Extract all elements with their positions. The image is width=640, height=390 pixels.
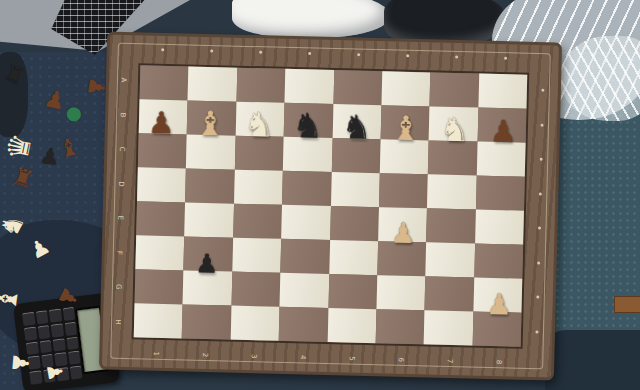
square-e3 xyxy=(329,240,378,275)
calculator-key xyxy=(37,325,50,339)
square-f8 xyxy=(381,71,430,106)
coord-left-G: G xyxy=(114,284,121,290)
coord-left-H: H xyxy=(114,319,121,324)
calculator-key xyxy=(35,310,48,324)
square-a4 xyxy=(136,201,185,236)
border-dot-top xyxy=(162,48,165,51)
square-a7 xyxy=(139,99,188,134)
coord-bottom-1: 1 xyxy=(152,351,159,356)
coord-bottom-7: 7 xyxy=(445,359,452,364)
square-e8 xyxy=(333,70,382,105)
calculator-key xyxy=(52,338,65,352)
square-b7 xyxy=(187,100,236,135)
border-dot-right xyxy=(535,330,538,333)
border-dot-right xyxy=(541,123,544,126)
coord-left-B: B xyxy=(119,112,126,117)
border-dot-top xyxy=(211,50,214,53)
square-b2 xyxy=(183,270,232,305)
square-g1 xyxy=(424,310,473,345)
border-dot-top xyxy=(455,55,458,58)
border-dot-top xyxy=(308,52,311,55)
coord-bottom-4: 4 xyxy=(299,355,306,360)
square-a5 xyxy=(137,167,186,202)
square-b3 xyxy=(184,236,233,271)
calculator-key xyxy=(64,322,77,336)
square-c5 xyxy=(234,170,283,205)
square-d2 xyxy=(280,273,329,308)
calculator-key xyxy=(66,336,79,350)
coord-left-D: D xyxy=(117,181,124,187)
square-d8 xyxy=(285,69,334,104)
border-dot-top xyxy=(259,51,262,54)
square-b8 xyxy=(188,66,237,101)
border-dot-right xyxy=(541,89,544,92)
square-f1 xyxy=(376,309,425,344)
square-h4 xyxy=(475,210,524,245)
square-b1 xyxy=(182,304,231,339)
square-g8 xyxy=(430,72,479,107)
square-c1 xyxy=(230,306,279,341)
coord-bottom-6: 6 xyxy=(397,357,404,362)
square-e6 xyxy=(331,138,380,173)
coord-left-A: A xyxy=(119,78,126,83)
calculator-key xyxy=(51,323,64,337)
coord-left-F: F xyxy=(115,250,122,254)
square-e5 xyxy=(331,172,380,207)
square-d6 xyxy=(283,137,332,172)
coord-bottom-5: 5 xyxy=(348,356,355,361)
square-e7 xyxy=(332,104,381,139)
square-b4 xyxy=(185,202,234,237)
square-g5 xyxy=(427,174,476,209)
square-c8 xyxy=(236,68,285,103)
calculator-key xyxy=(39,340,52,354)
square-f6 xyxy=(380,139,429,174)
border-dot-right xyxy=(538,227,541,230)
square-h3 xyxy=(474,244,523,279)
square-h6 xyxy=(476,142,525,177)
square-d3 xyxy=(280,239,329,274)
board-grid xyxy=(132,63,530,348)
scattered-piece: ♝ xyxy=(56,134,82,162)
square-f3 xyxy=(377,241,426,276)
square-c2 xyxy=(231,272,280,307)
square-a8 xyxy=(140,65,189,100)
border-dot-top xyxy=(406,54,409,57)
square-h5 xyxy=(476,176,525,211)
calculator-key xyxy=(68,351,81,365)
square-g6 xyxy=(428,140,477,175)
border-dot-top xyxy=(357,53,360,56)
crumpled-paper xyxy=(232,0,390,38)
square-g3 xyxy=(426,242,475,277)
coord-left-E: E xyxy=(116,216,123,221)
square-e1 xyxy=(327,308,376,343)
scattered-piece: ♟ xyxy=(8,352,32,374)
scattered-piece: ♟ xyxy=(44,361,67,382)
border-dot-right xyxy=(537,261,540,264)
square-e2 xyxy=(328,274,377,309)
border-dot-right xyxy=(536,296,539,299)
border-dot-right xyxy=(540,158,543,161)
square-d1 xyxy=(279,307,328,342)
coord-bottom-3: 3 xyxy=(250,354,257,359)
square-h1 xyxy=(472,312,521,347)
square-d7 xyxy=(284,103,333,138)
calculator-key xyxy=(49,309,62,323)
square-f2 xyxy=(376,275,425,310)
coord-left-C: C xyxy=(118,147,125,152)
dark-floor-corner xyxy=(545,330,640,390)
scattered-piece: ♝ xyxy=(0,286,22,313)
scattered-piece: ⬤ xyxy=(66,106,82,120)
calculator-key xyxy=(22,312,35,326)
square-h7 xyxy=(477,108,526,143)
square-f5 xyxy=(379,173,428,208)
square-h2 xyxy=(473,278,522,313)
coord-bottom-2: 2 xyxy=(201,353,208,358)
square-a6 xyxy=(138,133,187,168)
chess-board: 12345678ABCDEFGH ♟♝♞♞♞♝♞♟♟♟♟ xyxy=(99,31,562,380)
square-g4 xyxy=(426,208,475,243)
coord-bottom-8: 8 xyxy=(494,360,501,365)
square-c3 xyxy=(232,238,281,273)
square-a1 xyxy=(134,303,183,338)
wood-stick xyxy=(614,296,640,313)
square-g7 xyxy=(429,106,478,141)
square-h8 xyxy=(478,74,527,109)
square-d4 xyxy=(281,205,330,240)
square-c7 xyxy=(235,102,284,137)
square-c6 xyxy=(235,136,284,171)
square-a3 xyxy=(135,235,184,270)
square-b5 xyxy=(185,168,234,203)
square-a2 xyxy=(135,269,184,304)
calculator-key xyxy=(69,366,82,380)
square-b6 xyxy=(186,134,235,169)
square-f7 xyxy=(381,105,430,140)
border-dot-right xyxy=(539,192,542,195)
calculator-key xyxy=(24,326,37,340)
square-c4 xyxy=(233,204,282,239)
square-g2 xyxy=(425,276,474,311)
square-e4 xyxy=(330,206,379,241)
square-f4 xyxy=(378,207,427,242)
border-dot-top xyxy=(504,57,507,60)
square-d5 xyxy=(282,171,331,206)
